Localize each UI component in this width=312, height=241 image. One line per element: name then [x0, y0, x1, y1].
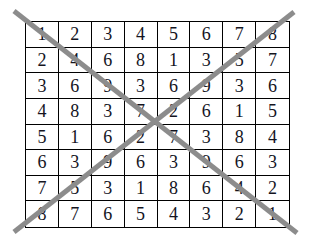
grid-cell-r8c4: 5 — [125, 201, 158, 227]
grid-cell-r5c5: 7 — [158, 125, 191, 151]
grid-cell-r6c7: 6 — [223, 150, 256, 176]
grid-cell-r2c3: 6 — [92, 48, 125, 74]
grid-cell-r3c4: 3 — [125, 73, 158, 99]
grid-cell-r3c6: 9 — [190, 73, 223, 99]
grid-cell-r7c2: 5 — [59, 176, 92, 202]
grid-cell-r7c4: 1 — [125, 176, 158, 202]
grid-cell-r5c1: 5 — [26, 125, 59, 151]
grid-cell-r2c1: 2 — [26, 48, 59, 74]
grid-cell-r2c8: 7 — [256, 48, 289, 74]
grid-cell-r2c6: 3 — [190, 48, 223, 74]
grid-cell-r5c4: 2 — [125, 125, 158, 151]
grid-cell-r1c2: 2 — [59, 22, 92, 48]
grid-cell-r2c2: 4 — [59, 48, 92, 74]
grid-cell-r1c1: 1 — [26, 22, 59, 48]
grid-cell-r3c1: 3 — [26, 73, 59, 99]
grid-cell-r4c1: 4 — [26, 99, 59, 125]
grid-cell-r7c1: 7 — [26, 176, 59, 202]
grid-cell-r5c7: 8 — [223, 125, 256, 151]
grid-cell-r6c1: 6 — [26, 150, 59, 176]
grid-cell-r2c7: 5 — [223, 48, 256, 74]
grid-cell-r2c5: 1 — [158, 48, 191, 74]
grid-cell-r4c7: 1 — [223, 99, 256, 125]
grid-cell-r8c6: 3 — [190, 201, 223, 227]
grid-cell-r3c2: 6 — [59, 73, 92, 99]
grid-cell-r8c3: 6 — [92, 201, 125, 227]
grid-cell-r6c6: 9 — [190, 150, 223, 176]
grid-cell-r4c3: 3 — [92, 99, 125, 125]
grid-cell-r1c4: 4 — [125, 22, 158, 48]
grid-cell-r1c7: 7 — [223, 22, 256, 48]
grid-cell-r1c6: 6 — [190, 22, 223, 48]
grid-cell-r4c2: 8 — [59, 99, 92, 125]
number-grid: 1234567824681357369369364837261551627384… — [25, 21, 290, 228]
grid-cell-r1c8: 8 — [256, 22, 289, 48]
grid-cell-r8c8: 1 — [256, 201, 289, 227]
grid-cell-r5c8: 4 — [256, 125, 289, 151]
grid-cell-r5c6: 3 — [190, 125, 223, 151]
grid-cell-r6c4: 6 — [125, 150, 158, 176]
grid-cell-r1c3: 3 — [92, 22, 125, 48]
grid-cell-r5c3: 6 — [92, 125, 125, 151]
grid-cell-r7c8: 2 — [256, 176, 289, 202]
grid-cell-r7c6: 6 — [190, 176, 223, 202]
grid-cell-r8c7: 2 — [223, 201, 256, 227]
grid-cell-r6c5: 3 — [158, 150, 191, 176]
grid-cell-r6c2: 3 — [59, 150, 92, 176]
grid-cell-r8c5: 4 — [158, 201, 191, 227]
grid-cell-r3c7: 3 — [223, 73, 256, 99]
grid-cell-r4c5: 2 — [158, 99, 191, 125]
grid-cell-r4c8: 5 — [256, 99, 289, 125]
page: 1234567824681357369369364837261551627384… — [0, 0, 312, 241]
grid-cell-r5c2: 1 — [59, 125, 92, 151]
grid-cell-r3c5: 6 — [158, 73, 191, 99]
grid-cell-r7c5: 8 — [158, 176, 191, 202]
grid-cell-r4c4: 7 — [125, 99, 158, 125]
grid-cell-r3c3: 9 — [92, 73, 125, 99]
grid-cell-r4c6: 6 — [190, 99, 223, 125]
grid-cell-r7c3: 3 — [92, 176, 125, 202]
grid-cell-r7c7: 4 — [223, 176, 256, 202]
grid-cell-r6c8: 3 — [256, 150, 289, 176]
grid-cell-r3c8: 6 — [256, 73, 289, 99]
grid-cell-r1c5: 5 — [158, 22, 191, 48]
grid-cell-r2c4: 8 — [125, 48, 158, 74]
grid-cell-r8c2: 7 — [59, 201, 92, 227]
grid-cell-r8c1: 8 — [26, 201, 59, 227]
grid-cell-r6c3: 9 — [92, 150, 125, 176]
